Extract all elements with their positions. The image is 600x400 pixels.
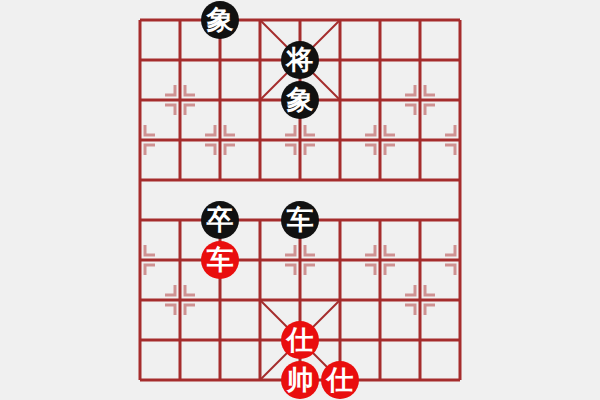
red-advisor[interactable]: 仕 xyxy=(281,321,319,359)
black-elephant[interactable]: 象 xyxy=(201,1,239,39)
red-advisor-glyph: 仕 xyxy=(327,366,354,393)
black-general[interactable]: 将 xyxy=(281,41,319,79)
red-chariot-glyph: 车 xyxy=(207,246,234,273)
black-chariot-glyph: 车 xyxy=(287,206,314,233)
red-chariot[interactable]: 车 xyxy=(201,241,239,279)
red-general[interactable]: 帅 xyxy=(281,361,319,399)
red-advisor-glyph: 仕 xyxy=(287,326,314,353)
black-chariot[interactable]: 车 xyxy=(281,201,319,239)
red-general-glyph: 帅 xyxy=(287,366,314,393)
black-general-glyph: 将 xyxy=(287,46,314,73)
black-soldier[interactable]: 卒 xyxy=(201,201,239,239)
black-elephant-glyph: 象 xyxy=(207,6,234,33)
piece-grid: 象将象卒车车仕帅仕 xyxy=(120,0,480,400)
red-advisor[interactable]: 仕 xyxy=(321,361,359,399)
black-elephant-glyph: 象 xyxy=(287,86,314,113)
xiangqi-screen: 象将象卒车车仕帅仕 xyxy=(0,0,600,400)
black-soldier-glyph: 卒 xyxy=(207,206,234,233)
black-elephant[interactable]: 象 xyxy=(281,81,319,119)
